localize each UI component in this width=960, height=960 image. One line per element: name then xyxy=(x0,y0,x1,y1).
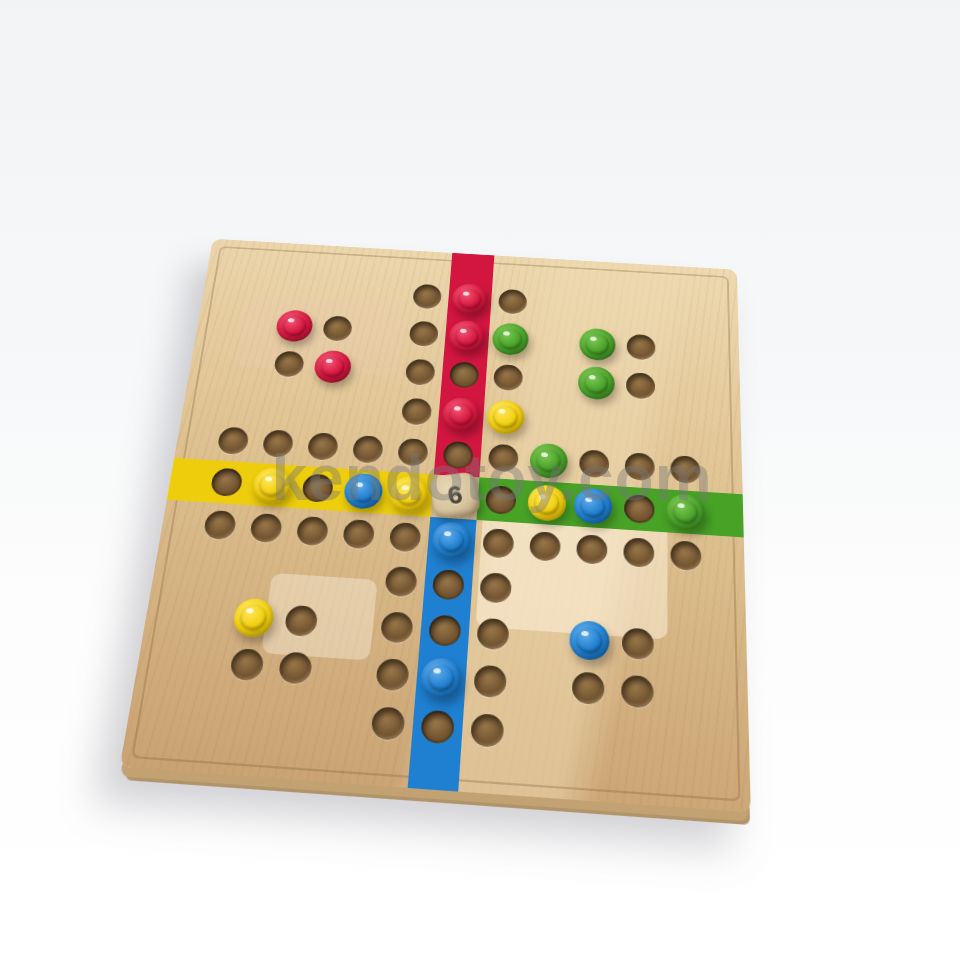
lane-cell-green xyxy=(477,477,526,523)
track-cell xyxy=(380,514,430,561)
peg-hole xyxy=(342,519,375,549)
track-cell xyxy=(361,697,415,750)
peg-green[interactable] xyxy=(666,493,705,531)
peg-hole xyxy=(278,651,313,684)
home-cell-blue xyxy=(565,616,615,666)
peg-hole xyxy=(476,618,509,651)
peg-red[interactable] xyxy=(313,350,353,384)
board-cell xyxy=(533,285,577,325)
track-cell xyxy=(396,351,443,393)
peg-hole xyxy=(229,648,265,681)
track-cell xyxy=(464,656,516,708)
lane-cell-red xyxy=(444,316,490,357)
track-cell xyxy=(371,603,423,653)
peg-red[interactable] xyxy=(275,309,315,342)
lane-cell-red xyxy=(447,280,492,319)
board-cell xyxy=(663,368,708,410)
peg-hole xyxy=(671,455,701,484)
peg-hole xyxy=(432,569,465,601)
peg-blue[interactable] xyxy=(573,487,612,525)
board-cell xyxy=(529,360,575,402)
track-cell xyxy=(474,520,523,567)
lane-cell-red xyxy=(441,354,488,396)
track-cell xyxy=(286,508,338,555)
peg-hole xyxy=(488,444,519,473)
red-lane-edge-extension xyxy=(450,253,494,282)
peg-hole xyxy=(479,572,512,604)
home-cell-red xyxy=(308,346,356,387)
lane-cell-green xyxy=(523,480,571,526)
board-cell xyxy=(663,329,707,370)
board-cell xyxy=(617,404,662,447)
board-cell xyxy=(179,590,234,639)
lane-cell-green xyxy=(662,489,709,535)
peg-hole xyxy=(625,452,655,481)
track-cell xyxy=(471,564,521,612)
board-cell xyxy=(527,399,573,442)
home-cell-yellow xyxy=(268,643,322,694)
lane-cell-green xyxy=(569,483,616,529)
board-cell xyxy=(311,694,366,747)
board-cell xyxy=(518,567,567,616)
peg-hole xyxy=(473,665,507,699)
peg-blue[interactable] xyxy=(420,657,463,700)
lane-cell-blue xyxy=(415,652,467,703)
peg-hole xyxy=(216,427,249,456)
peg-hole xyxy=(409,321,439,347)
green-lane-edge-extension xyxy=(709,492,744,537)
peg-hole xyxy=(261,429,294,458)
peg-blue[interactable] xyxy=(431,521,472,560)
board-cell xyxy=(276,269,324,308)
lane-cell-green xyxy=(616,486,663,532)
lane-cell-yellow xyxy=(201,460,253,505)
track-cell xyxy=(333,511,384,558)
board-cell xyxy=(662,576,710,625)
home-cell-blue xyxy=(563,662,613,714)
peg-hole xyxy=(493,364,523,391)
lane-cell-yellow xyxy=(338,469,388,514)
peg-hole xyxy=(420,710,455,745)
board-cell xyxy=(561,711,612,765)
board-cell xyxy=(322,599,375,649)
track-cell xyxy=(490,282,535,321)
peg-hole xyxy=(622,627,654,660)
peg-hole xyxy=(485,485,517,515)
track-cell xyxy=(366,649,419,700)
blue-lane-edge-extension xyxy=(408,750,461,791)
peg-hole xyxy=(623,537,654,568)
board-cell xyxy=(163,684,220,737)
wooden-die[interactable]: 6 xyxy=(429,471,481,519)
home-cell-green xyxy=(619,327,663,368)
track-cell xyxy=(404,277,450,316)
lane-cell-blue xyxy=(423,561,474,609)
peg-hole xyxy=(401,398,432,426)
peg-yellow[interactable] xyxy=(251,467,293,504)
peg-red[interactable] xyxy=(448,320,486,353)
board-cell xyxy=(611,714,662,768)
peg-green[interactable] xyxy=(529,443,568,480)
track-cell xyxy=(253,422,304,466)
track-cell xyxy=(392,390,440,433)
peg-hole xyxy=(210,468,244,497)
peg-green[interactable] xyxy=(578,366,615,401)
track-cell xyxy=(662,532,709,579)
board-cell xyxy=(576,287,620,327)
home-cell-red xyxy=(270,306,318,346)
peg-hole xyxy=(442,441,474,470)
peg-hole xyxy=(352,435,384,464)
lane-cell-yellow xyxy=(384,471,434,516)
track-cell xyxy=(375,558,426,606)
peg-hole xyxy=(322,315,353,341)
board-cell xyxy=(259,382,309,425)
track-cell xyxy=(571,442,618,486)
track-cell xyxy=(479,436,527,480)
board-cell xyxy=(214,379,264,421)
peg-green[interactable] xyxy=(579,328,616,362)
peg-hole xyxy=(624,494,654,524)
board-cell xyxy=(233,548,286,596)
board-cell xyxy=(319,272,366,311)
home-cell-green xyxy=(575,324,620,365)
track-cell xyxy=(388,430,437,474)
peg-yellow[interactable] xyxy=(527,484,567,522)
board-cell xyxy=(212,687,268,740)
peg-hole xyxy=(428,614,462,647)
photo-scene: 6 kendotoy.com xyxy=(0,0,960,960)
track-cell xyxy=(482,396,529,439)
track-cell xyxy=(617,445,663,490)
board-cell xyxy=(352,349,400,391)
board-cell xyxy=(262,690,317,743)
board-cell xyxy=(317,646,371,697)
peg-yellow[interactable] xyxy=(486,400,525,436)
lane-cell-blue xyxy=(427,517,477,564)
track-cell xyxy=(207,419,258,463)
peg-red[interactable] xyxy=(441,397,480,432)
track-cell xyxy=(240,505,292,552)
board-cell xyxy=(171,636,227,687)
track-cell xyxy=(485,357,531,399)
board-cell xyxy=(280,551,333,599)
wooden-ludo-board: 6 xyxy=(120,239,751,813)
board-cell xyxy=(662,718,713,772)
lane-cell-blue xyxy=(411,701,464,754)
track-cell xyxy=(467,609,518,659)
peg-hole xyxy=(370,706,405,741)
home-cell-yellow xyxy=(219,639,274,690)
peg-yellow[interactable] xyxy=(231,597,276,638)
board-cell xyxy=(328,555,380,603)
board-grid: 6 xyxy=(163,267,713,772)
peg-red[interactable] xyxy=(451,283,489,316)
peg-yellow[interactable] xyxy=(389,475,430,513)
lane-cell-yellow xyxy=(292,466,343,511)
board-cell xyxy=(620,290,663,330)
lane-cell-blue xyxy=(419,606,471,656)
peg-green[interactable] xyxy=(492,322,530,356)
home-cell-blue xyxy=(612,666,662,718)
track-cell xyxy=(400,314,447,354)
board-cell xyxy=(227,303,276,343)
board-wrap: 6 xyxy=(168,210,742,784)
board-cell xyxy=(663,292,706,332)
track-cell xyxy=(525,439,572,483)
track-cell xyxy=(461,704,514,757)
peg-hole xyxy=(301,473,334,503)
peg-hole xyxy=(405,359,436,386)
board-cell xyxy=(348,388,397,431)
board-cell xyxy=(516,612,566,662)
track-cell xyxy=(568,526,616,573)
home-cell-red xyxy=(265,343,314,384)
board-cell xyxy=(361,274,408,313)
board-cell xyxy=(662,622,711,672)
peg-hole xyxy=(627,334,656,361)
center-cell: 6 xyxy=(430,474,479,520)
peg-hole xyxy=(671,540,702,571)
peg-hole xyxy=(397,438,429,467)
home-cell-blue xyxy=(613,619,662,669)
home-cell-red xyxy=(314,308,362,348)
peg-hole xyxy=(449,361,480,388)
peg-hole xyxy=(380,611,414,643)
peg-hole xyxy=(375,658,410,692)
track-cell xyxy=(298,425,348,469)
peg-hole xyxy=(572,671,605,705)
peg-blue[interactable] xyxy=(569,620,610,661)
board-cell xyxy=(663,407,708,450)
peg-hole xyxy=(621,675,653,709)
peg-hole xyxy=(470,713,504,748)
board-cell xyxy=(221,341,271,382)
peg-hole xyxy=(412,284,442,310)
track-cell xyxy=(615,529,662,576)
home-cell-yellow xyxy=(226,593,280,642)
board-cell xyxy=(572,401,618,444)
lane-cell-red xyxy=(434,433,482,477)
home-cell-yellow xyxy=(274,596,327,646)
board-cell xyxy=(513,659,564,711)
peg-hole xyxy=(579,449,609,478)
lane-cell-red xyxy=(437,393,485,436)
board-cell xyxy=(303,385,352,428)
peg-hole xyxy=(273,351,305,378)
peg-hole xyxy=(529,531,561,562)
board-cell xyxy=(614,573,662,622)
board-cell xyxy=(233,267,281,306)
track-cell xyxy=(663,447,709,492)
peg-hole xyxy=(576,534,607,565)
board-cell xyxy=(662,669,712,721)
lane-cell-yellow xyxy=(246,463,297,508)
peg-hole xyxy=(482,528,514,559)
board-cell xyxy=(357,311,404,351)
peg-hole xyxy=(249,513,283,543)
peg-hole xyxy=(384,566,417,597)
board-cell xyxy=(566,570,615,619)
board-cell xyxy=(531,322,576,363)
peg-blue[interactable] xyxy=(343,472,385,509)
home-cell-green xyxy=(574,362,619,404)
board-cell xyxy=(511,707,563,760)
track-cell xyxy=(193,502,246,548)
track-cell xyxy=(521,523,570,570)
track-cell xyxy=(487,319,533,360)
peg-hole xyxy=(307,432,340,461)
peg-hole xyxy=(296,516,330,546)
peg-hole xyxy=(498,289,527,315)
peg-hole xyxy=(626,372,655,399)
home-cell-green xyxy=(618,365,663,407)
track-cell xyxy=(343,427,392,471)
peg-hole xyxy=(389,522,422,553)
board-cell xyxy=(186,545,240,593)
peg-hole xyxy=(284,605,319,637)
peg-hole xyxy=(203,510,237,540)
yellow-lane-edge-extension xyxy=(167,458,208,502)
